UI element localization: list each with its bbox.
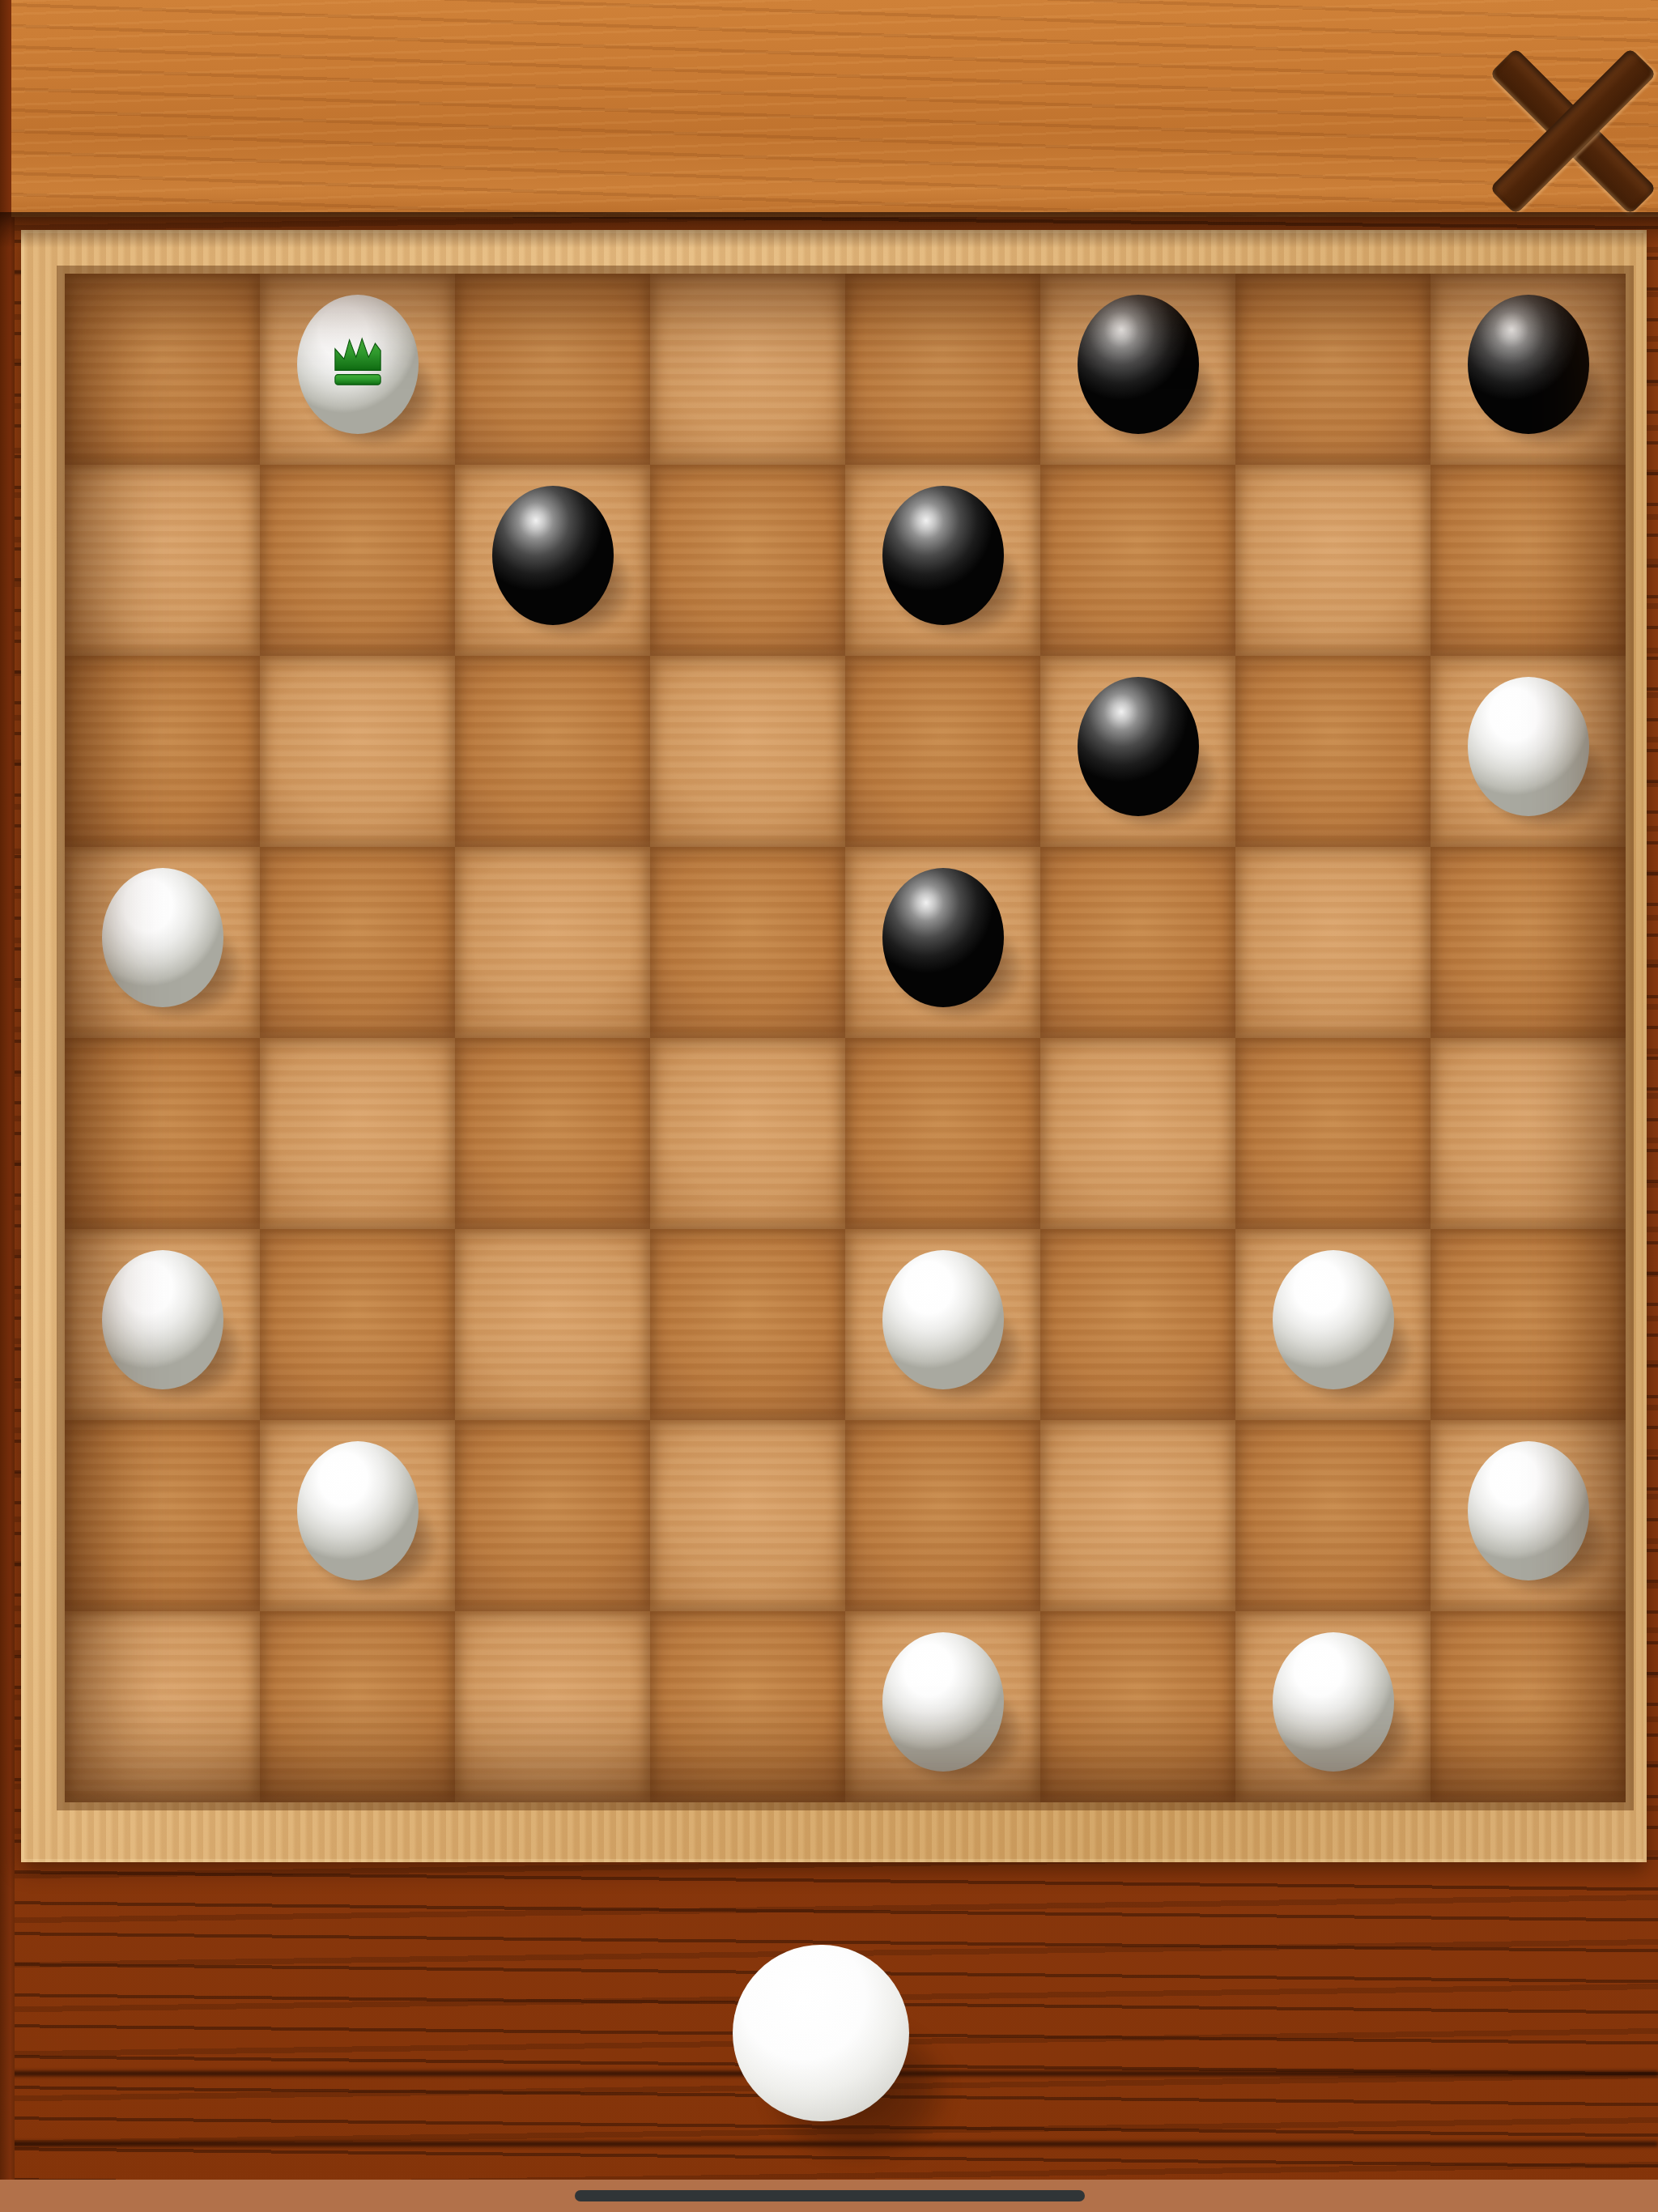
square-r7c3[interactable] — [650, 1611, 845, 1802]
square-r2c4[interactable] — [845, 656, 1040, 847]
square-r6c3[interactable] — [650, 1420, 845, 1611]
checker-white[interactable] — [102, 1255, 223, 1394]
background-left-edge — [0, 0, 15, 2180]
square-r4c3[interactable] — [650, 1038, 845, 1229]
square-r1c0[interactable] — [65, 465, 260, 656]
square-r4c7[interactable] — [1431, 1038, 1626, 1229]
square-r3c7[interactable] — [1431, 847, 1626, 1038]
square-r3c3[interactable] — [650, 847, 845, 1038]
checker-white-king[interactable] — [297, 300, 419, 439]
square-r6c2[interactable] — [455, 1420, 650, 1611]
white-ball — [102, 868, 223, 1007]
square-r6c5[interactable] — [1040, 1420, 1235, 1611]
white-ball — [882, 1632, 1004, 1772]
square-r3c5[interactable] — [1040, 847, 1235, 1038]
black-ball — [1468, 295, 1589, 434]
checker-black[interactable] — [1468, 300, 1589, 439]
black-ball — [1078, 295, 1199, 434]
square-r1c5[interactable] — [1040, 465, 1235, 656]
square-r0c3[interactable] — [650, 274, 845, 465]
square-r0c5[interactable] — [1040, 274, 1235, 465]
checker-white[interactable] — [1273, 1637, 1394, 1776]
square-r2c7[interactable] — [1431, 656, 1626, 847]
checker-white[interactable] — [1468, 682, 1589, 821]
white-ball — [733, 1945, 909, 2121]
square-r2c5[interactable] — [1040, 656, 1235, 847]
king-crown-icon — [327, 332, 389, 392]
square-r6c6[interactable] — [1235, 1420, 1431, 1611]
square-r5c7[interactable] — [1431, 1229, 1626, 1420]
checker-black[interactable] — [1078, 682, 1199, 821]
white-ball — [297, 295, 419, 434]
square-r4c0[interactable] — [65, 1038, 260, 1229]
square-r1c2[interactable] — [455, 465, 650, 656]
square-r1c3[interactable] — [650, 465, 845, 656]
checkers-app-screen: { "game": "checkers (draughts), 8x8 wood… — [0, 0, 1658, 2212]
square-r4c6[interactable] — [1235, 1038, 1431, 1229]
square-r2c3[interactable] — [650, 656, 845, 847]
square-r1c7[interactable] — [1431, 465, 1626, 656]
square-r4c1[interactable] — [260, 1038, 455, 1229]
square-r2c1[interactable] — [260, 656, 455, 847]
checker-white[interactable] — [102, 873, 223, 1012]
square-r7c4[interactable] — [845, 1611, 1040, 1802]
checker-black[interactable] — [882, 873, 1004, 1012]
white-ball — [1273, 1250, 1394, 1389]
black-ball — [492, 486, 614, 625]
square-r2c0[interactable] — [65, 656, 260, 847]
square-r7c6[interactable] — [1235, 1611, 1431, 1802]
square-r5c0[interactable] — [65, 1229, 260, 1420]
square-r1c6[interactable] — [1235, 465, 1431, 656]
white-ball — [1273, 1632, 1394, 1772]
close-button[interactable] — [1488, 46, 1658, 216]
square-r0c2[interactable] — [455, 274, 650, 465]
checker-black[interactable] — [882, 491, 1004, 630]
black-ball — [1078, 677, 1199, 816]
square-r6c1[interactable] — [260, 1420, 455, 1611]
square-r0c6[interactable] — [1235, 274, 1431, 465]
checker-white[interactable] — [882, 1255, 1004, 1394]
square-r1c4[interactable] — [845, 465, 1040, 656]
black-ball — [882, 486, 1004, 625]
square-r5c2[interactable] — [455, 1229, 650, 1420]
white-ball — [297, 1441, 419, 1580]
square-r3c1[interactable] — [260, 847, 455, 1038]
square-r0c7[interactable] — [1431, 274, 1626, 465]
board-frame — [21, 230, 1647, 1862]
square-r7c7[interactable] — [1431, 1611, 1626, 1802]
square-r0c0[interactable] — [65, 274, 260, 465]
square-r0c1[interactable] — [260, 274, 455, 465]
checker-white[interactable] — [1468, 1446, 1589, 1585]
square-r3c0[interactable] — [65, 847, 260, 1038]
square-r3c6[interactable] — [1235, 847, 1431, 1038]
square-r7c0[interactable] — [65, 1611, 260, 1802]
square-r3c2[interactable] — [455, 847, 650, 1038]
checker-white[interactable] — [1273, 1255, 1394, 1394]
white-ball — [102, 1250, 223, 1389]
square-r7c1[interactable] — [260, 1611, 455, 1802]
off-board-white-piece[interactable] — [733, 1945, 924, 2136]
checker-black[interactable] — [1078, 300, 1199, 439]
square-r1c1[interactable] — [260, 465, 455, 656]
square-r2c6[interactable] — [1235, 656, 1431, 847]
white-ball — [1468, 677, 1589, 816]
square-r5c1[interactable] — [260, 1229, 455, 1420]
checker-black[interactable] — [492, 491, 614, 630]
square-r2c2[interactable] — [455, 656, 650, 847]
white-ball — [1468, 1441, 1589, 1580]
square-r6c4[interactable] — [845, 1420, 1040, 1611]
white-ball — [882, 1250, 1004, 1389]
square-r7c2[interactable] — [455, 1611, 650, 1802]
square-r5c5[interactable] — [1040, 1229, 1235, 1420]
square-r5c4[interactable] — [845, 1229, 1040, 1420]
square-r6c0[interactable] — [65, 1420, 260, 1611]
square-r3c4[interactable] — [845, 847, 1040, 1038]
header-plank — [11, 0, 1658, 217]
checker-white[interactable] — [882, 1637, 1004, 1776]
square-r4c4[interactable] — [845, 1038, 1040, 1229]
square-r4c5[interactable] — [1040, 1038, 1235, 1229]
home-indicator[interactable] — [575, 2190, 1085, 2201]
square-r6c7[interactable] — [1431, 1420, 1626, 1611]
square-r5c3[interactable] — [650, 1229, 845, 1420]
checker-white[interactable] — [297, 1446, 419, 1585]
checkers-board[interactable] — [65, 274, 1626, 1802]
square-r4c2[interactable] — [455, 1038, 650, 1229]
square-r0c4[interactable] — [845, 274, 1040, 465]
black-ball — [882, 868, 1004, 1007]
square-r5c6[interactable] — [1235, 1229, 1431, 1420]
square-r7c5[interactable] — [1040, 1611, 1235, 1802]
